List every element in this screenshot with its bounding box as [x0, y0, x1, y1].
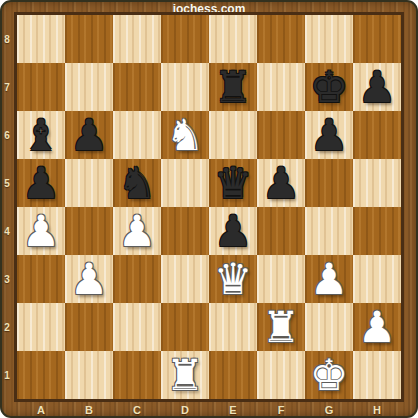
file-label-a: A	[17, 402, 65, 417]
square-e7[interactable]: ♜	[209, 63, 257, 111]
square-g4[interactable]	[305, 207, 353, 255]
square-e4[interactable]: ♟	[209, 207, 257, 255]
square-e2[interactable]	[209, 303, 257, 351]
square-a3[interactable]	[17, 255, 65, 303]
square-d3[interactable]	[161, 255, 209, 303]
rank-label-4: 4	[0, 207, 14, 255]
square-c6[interactable]	[113, 111, 161, 159]
square-a7[interactable]	[17, 63, 65, 111]
piece-white-queen[interactable]: ♛	[214, 255, 253, 303]
square-h8[interactable]	[353, 15, 401, 63]
square-c3[interactable]	[113, 255, 161, 303]
square-g5[interactable]	[305, 159, 353, 207]
piece-black-pawn[interactable]: ♟	[214, 207, 253, 255]
piece-black-knight[interactable]: ♞	[118, 159, 157, 207]
square-a1[interactable]	[17, 351, 65, 399]
square-a2[interactable]	[17, 303, 65, 351]
square-e3[interactable]: ♛	[209, 255, 257, 303]
piece-black-pawn[interactable]: ♟	[70, 111, 109, 159]
square-d8[interactable]	[161, 15, 209, 63]
rank-label-3: 3	[0, 255, 14, 303]
rank-label-5: 5	[0, 159, 14, 207]
square-d1[interactable]: ♜	[161, 351, 209, 399]
square-c2[interactable]	[113, 303, 161, 351]
file-label-g: G	[305, 402, 353, 417]
file-label-h: H	[353, 402, 401, 417]
piece-white-pawn[interactable]: ♟	[70, 255, 109, 303]
square-d2[interactable]	[161, 303, 209, 351]
rank-label-8: 8	[0, 15, 14, 63]
square-f8[interactable]	[257, 15, 305, 63]
square-b5[interactable]	[65, 159, 113, 207]
square-h1[interactable]	[353, 351, 401, 399]
square-g1[interactable]: ♚	[305, 351, 353, 399]
piece-white-pawn[interactable]: ♟	[118, 207, 157, 255]
square-c5[interactable]: ♞	[113, 159, 161, 207]
square-f3[interactable]	[257, 255, 305, 303]
file-label-b: B	[65, 402, 113, 417]
piece-black-rook[interactable]: ♜	[214, 63, 253, 111]
square-g8[interactable]	[305, 15, 353, 63]
square-g3[interactable]: ♟	[305, 255, 353, 303]
square-a8[interactable]	[17, 15, 65, 63]
square-d5[interactable]	[161, 159, 209, 207]
square-a5[interactable]: ♟	[17, 159, 65, 207]
piece-white-pawn[interactable]: ♟	[310, 255, 349, 303]
file-label-c: C	[113, 402, 161, 417]
square-e8[interactable]	[209, 15, 257, 63]
square-g6[interactable]: ♟	[305, 111, 353, 159]
square-d6[interactable]: ♞	[161, 111, 209, 159]
piece-white-knight[interactable]: ♞	[166, 111, 205, 159]
square-h5[interactable]	[353, 159, 401, 207]
piece-black-queen[interactable]: ♛	[214, 159, 253, 207]
rank-label-7: 7	[0, 63, 14, 111]
piece-white-pawn[interactable]: ♟	[22, 207, 61, 255]
square-e6[interactable]	[209, 111, 257, 159]
piece-black-king[interactable]: ♚	[310, 63, 349, 111]
square-h3[interactable]	[353, 255, 401, 303]
square-b7[interactable]	[65, 63, 113, 111]
file-label-f: F	[257, 402, 305, 417]
square-b8[interactable]	[65, 15, 113, 63]
square-b2[interactable]	[65, 303, 113, 351]
square-c1[interactable]	[113, 351, 161, 399]
square-c8[interactable]	[113, 15, 161, 63]
square-e5[interactable]: ♛	[209, 159, 257, 207]
square-h2[interactable]: ♟	[353, 303, 401, 351]
piece-black-pawn[interactable]: ♟	[262, 159, 301, 207]
file-label-e: E	[209, 402, 257, 417]
rank-label-6: 6	[0, 111, 14, 159]
square-g7[interactable]: ♚	[305, 63, 353, 111]
square-f4[interactable]	[257, 207, 305, 255]
square-b6[interactable]: ♟	[65, 111, 113, 159]
square-h6[interactable]	[353, 111, 401, 159]
rank-label-1: 1	[0, 351, 14, 399]
square-f6[interactable]	[257, 111, 305, 159]
piece-black-pawn[interactable]: ♟	[310, 111, 349, 159]
square-a4[interactable]: ♟	[17, 207, 65, 255]
piece-white-pawn[interactable]: ♟	[358, 303, 397, 351]
piece-black-pawn[interactable]: ♟	[22, 159, 61, 207]
square-g2[interactable]	[305, 303, 353, 351]
piece-black-bishop[interactable]: ♝	[22, 111, 61, 159]
square-e1[interactable]	[209, 351, 257, 399]
square-a6[interactable]: ♝	[17, 111, 65, 159]
square-f5[interactable]: ♟	[257, 159, 305, 207]
board: ♜♚♟♝♟♞♟♟♞♛♟♟♟♟♟♛♟♜♟♜♚	[14, 12, 404, 402]
piece-white-rook[interactable]: ♜	[166, 351, 205, 399]
square-f7[interactable]	[257, 63, 305, 111]
square-h4[interactable]	[353, 207, 401, 255]
square-c4[interactable]: ♟	[113, 207, 161, 255]
square-c7[interactable]	[113, 63, 161, 111]
square-b1[interactable]	[65, 351, 113, 399]
square-f1[interactable]	[257, 351, 305, 399]
piece-white-king[interactable]: ♚	[310, 351, 349, 399]
square-f2[interactable]: ♜	[257, 303, 305, 351]
piece-black-pawn[interactable]: ♟	[358, 63, 397, 111]
square-b3[interactable]: ♟	[65, 255, 113, 303]
piece-white-rook[interactable]: ♜	[262, 303, 301, 351]
square-h7[interactable]: ♟	[353, 63, 401, 111]
square-b4[interactable]	[65, 207, 113, 255]
square-d4[interactable]	[161, 207, 209, 255]
square-d7[interactable]	[161, 63, 209, 111]
rank-label-2: 2	[0, 303, 14, 351]
file-label-d: D	[161, 402, 209, 417]
